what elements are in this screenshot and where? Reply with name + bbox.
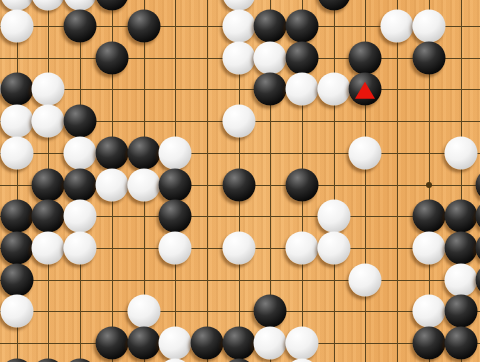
black-stone: [159, 200, 192, 233]
white-stone: [349, 263, 382, 296]
white-stone: [254, 327, 287, 360]
white-stone: [0, 295, 33, 328]
white-stone: [222, 41, 255, 74]
go-board[interactable]: [0, 0, 480, 362]
white-stone: [254, 41, 287, 74]
black-stone: [64, 358, 97, 362]
white-stone: [0, 105, 33, 138]
go-app-window: [0, 0, 480, 362]
white-stone: [127, 295, 160, 328]
black-stone: [412, 200, 445, 233]
white-stone: [317, 231, 350, 264]
black-stone: [317, 0, 350, 11]
black-stone: [349, 41, 382, 74]
white-stone: [64, 136, 97, 169]
black-stone: [95, 136, 128, 169]
black-stone: [95, 0, 128, 11]
white-stone: [317, 73, 350, 106]
grid-line-vertical: [334, 0, 335, 362]
black-stone: [444, 327, 477, 360]
black-stone: [127, 327, 160, 360]
white-stone: [444, 263, 477, 296]
black-stone: [0, 231, 33, 264]
white-stone: [412, 231, 445, 264]
white-stone: [286, 73, 319, 106]
star-point: [426, 182, 432, 188]
white-stone: [0, 136, 33, 169]
white-stone: [159, 358, 192, 362]
white-stone: [286, 358, 319, 362]
black-stone: [476, 263, 480, 296]
black-stone: [476, 168, 480, 201]
black-stone: [444, 231, 477, 264]
black-stone: [64, 168, 97, 201]
black-stone: [286, 168, 319, 201]
black-stone: [64, 105, 97, 138]
black-stone: [476, 200, 480, 233]
grid-line-horizontal: [0, 89, 480, 90]
white-stone: [32, 231, 65, 264]
black-stone: [127, 136, 160, 169]
white-stone: [64, 200, 97, 233]
black-stone: [412, 41, 445, 74]
black-stone: [32, 168, 65, 201]
grid-line-vertical: [397, 0, 398, 362]
white-stone: [0, 10, 33, 43]
black-stone: [127, 10, 160, 43]
black-stone: [32, 358, 65, 362]
white-stone: [222, 231, 255, 264]
white-stone: [159, 231, 192, 264]
black-stone: [0, 358, 33, 362]
black-stone: [254, 295, 287, 328]
white-stone: [95, 168, 128, 201]
black-stone: [254, 73, 287, 106]
black-stone: [476, 231, 480, 264]
white-stone: [32, 105, 65, 138]
grid-line-vertical: [207, 0, 208, 362]
black-stone: [159, 168, 192, 201]
black-stone: [444, 295, 477, 328]
white-stone: [349, 136, 382, 169]
white-stone: [412, 295, 445, 328]
white-stone: [127, 168, 160, 201]
white-stone: [159, 136, 192, 169]
black-stone: [0, 200, 33, 233]
white-stone: [381, 10, 414, 43]
white-stone: [64, 231, 97, 264]
black-stone: [95, 327, 128, 360]
white-stone: [222, 105, 255, 138]
black-stone: [0, 73, 33, 106]
black-stone: [444, 200, 477, 233]
black-stone: [254, 10, 287, 43]
white-stone: [444, 136, 477, 169]
black-stone: [64, 10, 97, 43]
last-move-triangle-marker: [355, 82, 375, 99]
white-stone: [317, 200, 350, 233]
black-stone: [222, 168, 255, 201]
grid-line-horizontal: [0, 311, 480, 312]
white-stone: [412, 10, 445, 43]
white-stone: [222, 10, 255, 43]
black-stone: [190, 327, 223, 360]
white-stone: [286, 327, 319, 360]
white-stone: [159, 327, 192, 360]
white-stone: [32, 73, 65, 106]
white-stone: [32, 0, 65, 11]
black-stone: [412, 327, 445, 360]
black-stone: [32, 200, 65, 233]
black-stone: [222, 358, 255, 362]
grid-line-horizontal: [0, 280, 480, 281]
black-stone: [95, 41, 128, 74]
white-stone: [286, 231, 319, 264]
black-stone: [222, 327, 255, 360]
black-stone: [286, 10, 319, 43]
black-stone: [0, 263, 33, 296]
black-stone: [286, 41, 319, 74]
